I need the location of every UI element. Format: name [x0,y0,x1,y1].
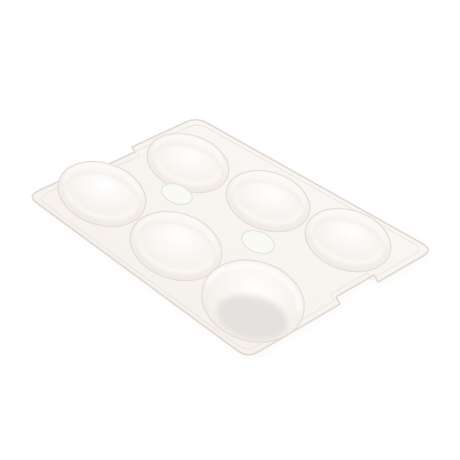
product-photo [0,0,460,460]
photo-canvas [0,0,460,460]
